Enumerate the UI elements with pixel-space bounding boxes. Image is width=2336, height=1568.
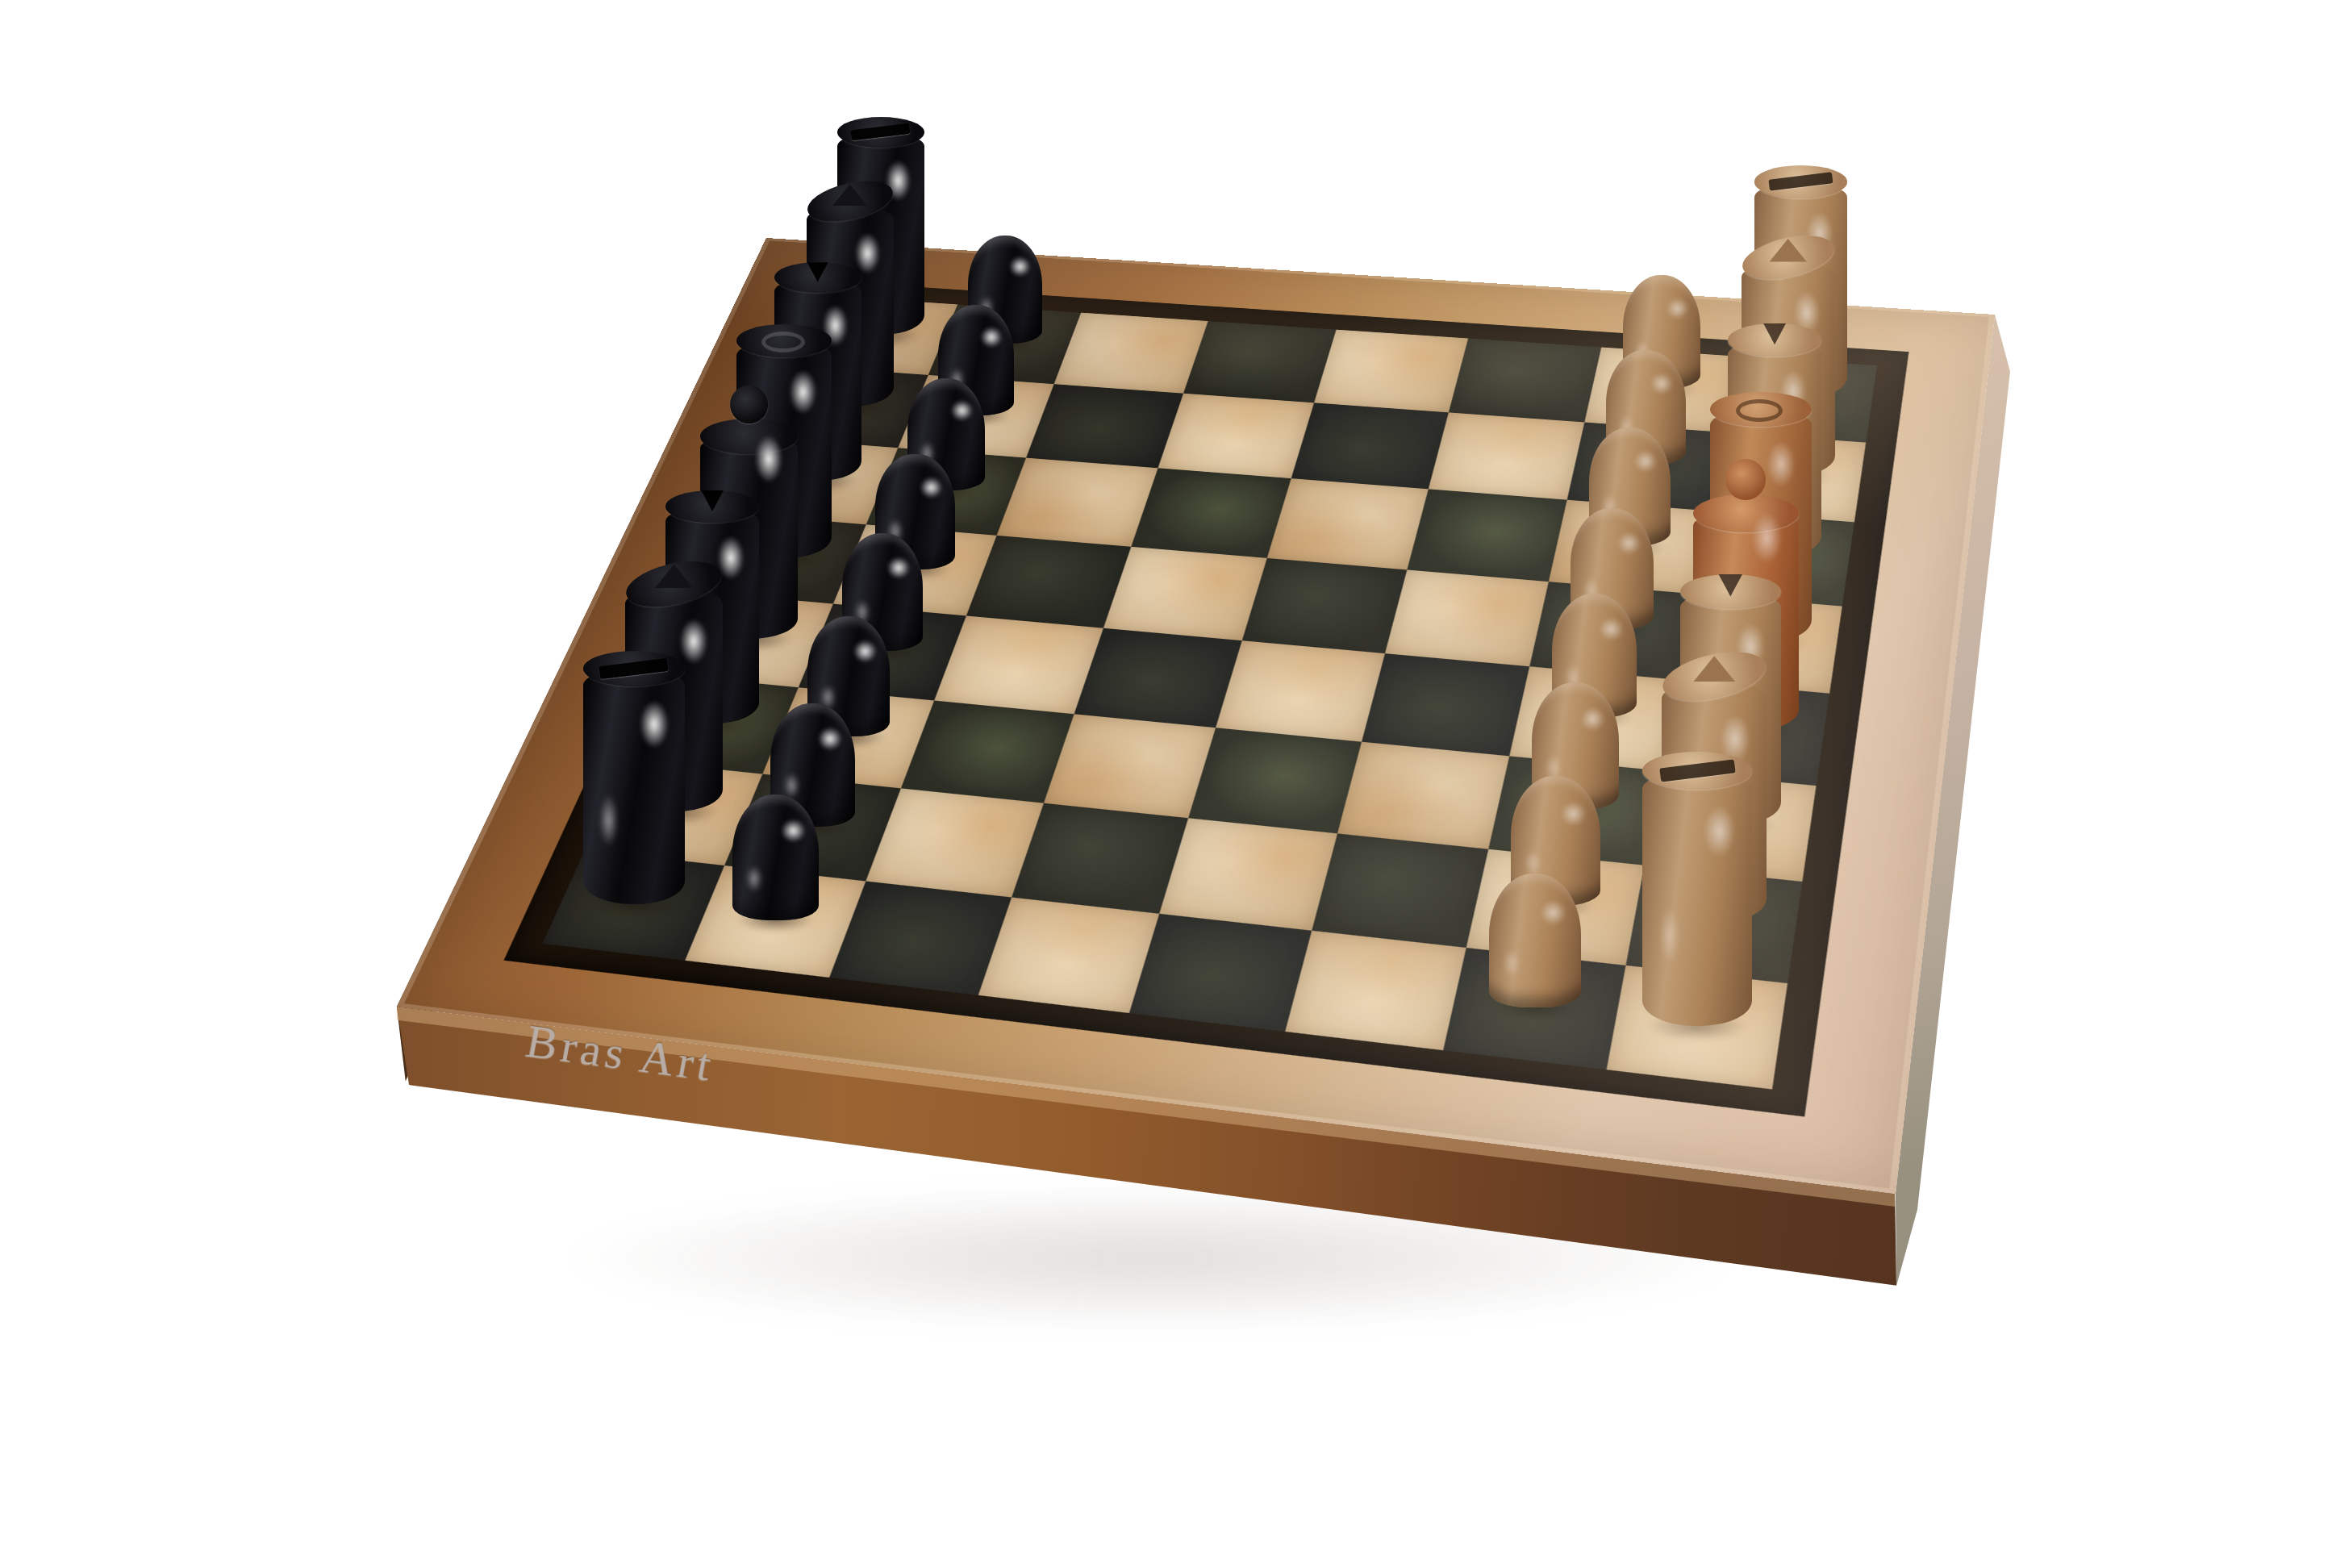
specular-highlight: [1646, 369, 1678, 398]
piece-tan-rook-h1: [1642, 752, 1752, 1026]
piece-tan-pawn-h2: [1489, 874, 1581, 1007]
specular-highlight: [976, 323, 1007, 352]
specular-highlight: [1655, 895, 1683, 977]
king-knob-finial: [1725, 459, 1766, 500]
piece-black-pawn-h7: [732, 794, 820, 920]
queen-ring-carving: [761, 332, 805, 352]
product-photo: Bras Art: [0, 0, 2336, 1568]
king-knob-finial: [730, 386, 767, 423]
specular-highlight: [776, 815, 811, 848]
specular-highlight: [1697, 795, 1741, 866]
specular-highlight: [1535, 895, 1572, 930]
specular-highlight: [1746, 503, 1788, 573]
specular-highlight: [1500, 943, 1524, 983]
specular-highlight: [946, 396, 977, 425]
specular-highlight: [882, 553, 915, 583]
piece-body: [732, 794, 820, 920]
specular-highlight: [595, 782, 622, 858]
board-cast-shadow: [307, 1153, 2000, 1363]
specular-highlight: [743, 860, 765, 898]
piece-black-rook-h8: [583, 651, 685, 904]
piece-body: [1489, 874, 1581, 1007]
specular-highlight: [813, 723, 847, 755]
specular-highlight: [1005, 252, 1035, 281]
specular-highlight: [1594, 613, 1628, 645]
queen-ring-carving: [1736, 399, 1783, 422]
specular-highlight: [634, 691, 674, 757]
specular-highlight: [1555, 797, 1591, 831]
specular-highlight: [849, 636, 882, 667]
specular-highlight: [1662, 294, 1693, 323]
specular-highlight: [749, 426, 789, 492]
specular-highlight: [916, 473, 947, 503]
